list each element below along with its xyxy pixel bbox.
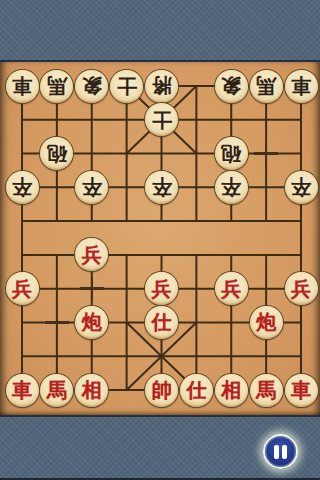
pause-icon — [282, 445, 287, 459]
piece-glyph: 士 — [152, 110, 172, 130]
board-point-marker — [80, 277, 104, 301]
top-bar — [0, 0, 320, 62]
piece-red-elephant[interactable]: 相 — [75, 374, 108, 407]
pause-icon — [274, 445, 279, 459]
piece-red-soldier[interactable]: 兵 — [215, 272, 248, 305]
piece-red-advisor[interactable]: 仕 — [180, 374, 213, 407]
piece-black-chariot[interactable]: 車 — [6, 70, 39, 103]
pause-button[interactable] — [263, 434, 298, 469]
piece-glyph: 將 — [152, 76, 172, 96]
piece-glyph: 兵 — [152, 279, 172, 299]
piece-glyph: 車 — [291, 380, 311, 400]
piece-red-cannon[interactable]: 炮 — [250, 306, 283, 339]
piece-black-soldier[interactable]: 卒 — [285, 171, 318, 204]
piece-glyph: 仕 — [152, 312, 172, 332]
piece-glyph: 馬 — [47, 76, 67, 96]
board-point-marker — [45, 310, 69, 334]
board-point-marker — [254, 142, 278, 166]
piece-black-cannon[interactable]: 砲 — [215, 137, 248, 170]
piece-black-advisor[interactable]: 士 — [110, 70, 143, 103]
piece-black-soldier[interactable]: 卒 — [145, 171, 178, 204]
piece-glyph: 卒 — [221, 177, 241, 197]
piece-glyph: 馬 — [47, 380, 67, 400]
piece-glyph: 卒 — [152, 177, 172, 197]
piece-red-elephant[interactable]: 相 — [215, 374, 248, 407]
piece-red-cannon[interactable]: 炮 — [75, 306, 108, 339]
piece-glyph: 馬 — [256, 76, 276, 96]
piece-red-soldier[interactable]: 兵 — [285, 272, 318, 305]
piece-glyph: 車 — [12, 76, 32, 96]
piece-red-horse[interactable]: 馬 — [250, 374, 283, 407]
piece-glyph: 相 — [221, 380, 241, 400]
piece-glyph: 兵 — [82, 245, 102, 265]
piece-black-soldier[interactable]: 卒 — [75, 171, 108, 204]
piece-red-soldier[interactable]: 兵 — [145, 272, 178, 305]
piece-glyph: 炮 — [82, 312, 102, 332]
piece-red-horse[interactable]: 馬 — [40, 374, 73, 407]
piece-black-elephant[interactable]: 象 — [215, 70, 248, 103]
xiangqi-board[interactable]: 車馬象士將象馬車士砲砲卒卒卒卒卒兵兵兵兵兵炮仕炮車馬相帥仕相馬車 — [0, 62, 320, 415]
piece-black-elephant[interactable]: 象 — [75, 70, 108, 103]
piece-glyph: 砲 — [221, 144, 241, 164]
piece-glyph: 仕 — [186, 380, 206, 400]
piece-glyph: 兵 — [221, 279, 241, 299]
piece-black-soldier[interactable]: 卒 — [6, 171, 39, 204]
piece-red-chariot[interactable]: 車 — [6, 374, 39, 407]
piece-red-advisor[interactable]: 仕 — [145, 306, 178, 339]
piece-glyph: 象 — [82, 76, 102, 96]
piece-glyph: 卒 — [82, 177, 102, 197]
piece-glyph: 相 — [82, 380, 102, 400]
piece-glyph: 馬 — [256, 380, 276, 400]
piece-black-chariot[interactable]: 車 — [285, 70, 318, 103]
piece-red-general[interactable]: 帥 — [145, 374, 178, 407]
piece-glyph: 炮 — [256, 312, 276, 332]
piece-glyph: 兵 — [291, 279, 311, 299]
piece-glyph: 帥 — [152, 380, 172, 400]
piece-glyph: 兵 — [12, 279, 32, 299]
piece-red-chariot[interactable]: 車 — [285, 374, 318, 407]
piece-black-horse[interactable]: 馬 — [40, 70, 73, 103]
piece-red-soldier[interactable]: 兵 — [6, 272, 39, 305]
piece-glyph: 象 — [221, 76, 241, 96]
piece-black-horse[interactable]: 馬 — [250, 70, 283, 103]
piece-glyph: 車 — [291, 76, 311, 96]
piece-glyph: 卒 — [12, 177, 32, 197]
piece-black-soldier[interactable]: 卒 — [215, 171, 248, 204]
piece-black-general[interactable]: 將 — [145, 70, 178, 103]
piece-glyph: 車 — [12, 380, 32, 400]
piece-glyph: 卒 — [291, 177, 311, 197]
piece-glyph: 砲 — [47, 144, 67, 164]
piece-glyph: 士 — [117, 76, 137, 96]
